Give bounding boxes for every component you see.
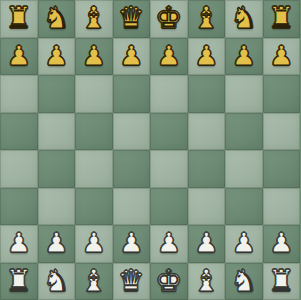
square-h2[interactable]: ♟: [263, 225, 301, 263]
square-f5[interactable]: [188, 113, 226, 151]
square-d4[interactable]: [113, 150, 151, 188]
piece-white-pawn[interactable]: ♟: [269, 224, 293, 262]
square-f8[interactable]: ♝: [188, 0, 226, 38]
square-h5[interactable]: [263, 113, 301, 151]
piece-white-bishop[interactable]: ♝: [193, 262, 220, 300]
piece-gold-knight[interactable]: ♞: [43, 0, 70, 37]
square-h7[interactable]: ♟: [263, 38, 301, 76]
square-e4[interactable]: [150, 150, 188, 188]
square-g6[interactable]: [225, 75, 263, 113]
square-e3[interactable]: [150, 188, 188, 226]
square-f6[interactable]: [188, 75, 226, 113]
piece-white-pawn[interactable]: ♟: [7, 224, 31, 262]
piece-white-bishop[interactable]: ♝: [80, 262, 107, 300]
square-f7[interactable]: ♟: [188, 38, 226, 76]
piece-gold-bishop[interactable]: ♝: [193, 0, 220, 37]
square-b4[interactable]: [38, 150, 76, 188]
piece-gold-knight[interactable]: ♞: [230, 0, 257, 37]
square-d6[interactable]: [113, 75, 151, 113]
square-a2[interactable]: ♟: [0, 225, 38, 263]
square-e8[interactable]: ♚: [150, 0, 188, 38]
square-d7[interactable]: ♟: [113, 38, 151, 76]
piece-white-pawn[interactable]: ♟: [82, 224, 106, 262]
square-h3[interactable]: [263, 188, 301, 226]
piece-gold-pawn[interactable]: ♟: [157, 37, 181, 75]
square-c1[interactable]: ♝: [75, 263, 113, 300]
piece-white-pawn[interactable]: ♟: [44, 224, 68, 262]
square-c2[interactable]: ♟: [75, 225, 113, 263]
square-d5[interactable]: [113, 113, 151, 151]
square-g8[interactable]: ♞: [225, 0, 263, 38]
square-e1[interactable]: ♚: [150, 263, 188, 300]
piece-white-pawn[interactable]: ♟: [157, 224, 181, 262]
square-d3[interactable]: [113, 188, 151, 226]
piece-gold-bishop[interactable]: ♝: [80, 0, 107, 37]
square-d2[interactable]: ♟: [113, 225, 151, 263]
square-a6[interactable]: [0, 75, 38, 113]
square-f4[interactable]: [188, 150, 226, 188]
piece-white-king[interactable]: ♚: [155, 262, 182, 300]
piece-white-knight[interactable]: ♞: [43, 262, 70, 300]
piece-gold-pawn[interactable]: ♟: [194, 37, 218, 75]
square-c6[interactable]: [75, 75, 113, 113]
piece-white-knight[interactable]: ♞: [230, 262, 257, 300]
square-c7[interactable]: ♟: [75, 38, 113, 76]
square-b6[interactable]: [38, 75, 76, 113]
piece-gold-rook[interactable]: ♜: [5, 0, 32, 37]
square-a8[interactable]: ♜: [0, 0, 38, 38]
square-a4[interactable]: [0, 150, 38, 188]
piece-gold-pawn[interactable]: ♟: [232, 37, 256, 75]
piece-gold-queen[interactable]: ♛: [118, 0, 145, 37]
square-e6[interactable]: [150, 75, 188, 113]
square-g4[interactable]: [225, 150, 263, 188]
square-c8[interactable]: ♝: [75, 0, 113, 38]
square-a1[interactable]: ♜: [0, 263, 38, 300]
square-g1[interactable]: ♞: [225, 263, 263, 300]
square-f3[interactable]: [188, 188, 226, 226]
piece-gold-king[interactable]: ♚: [155, 0, 182, 37]
square-c3[interactable]: [75, 188, 113, 226]
square-c5[interactable]: [75, 113, 113, 151]
square-h8[interactable]: ♜: [263, 0, 301, 38]
square-g2[interactable]: ♟: [225, 225, 263, 263]
square-f2[interactable]: ♟: [188, 225, 226, 263]
piece-white-pawn[interactable]: ♟: [194, 224, 218, 262]
piece-white-pawn[interactable]: ♟: [232, 224, 256, 262]
piece-white-queen[interactable]: ♛: [118, 262, 145, 300]
piece-gold-pawn[interactable]: ♟: [44, 37, 68, 75]
square-a3[interactable]: [0, 188, 38, 226]
square-d1[interactable]: ♛: [113, 263, 151, 300]
square-g5[interactable]: [225, 113, 263, 151]
piece-gold-pawn[interactable]: ♟: [82, 37, 106, 75]
piece-gold-pawn[interactable]: ♟: [7, 37, 31, 75]
square-b3[interactable]: [38, 188, 76, 226]
square-a7[interactable]: ♟: [0, 38, 38, 76]
square-g7[interactable]: ♟: [225, 38, 263, 76]
piece-white-pawn[interactable]: ♟: [119, 224, 143, 262]
square-b8[interactable]: ♞: [38, 0, 76, 38]
square-b1[interactable]: ♞: [38, 263, 76, 300]
square-h6[interactable]: [263, 75, 301, 113]
square-g3[interactable]: [225, 188, 263, 226]
piece-white-rook[interactable]: ♜: [5, 262, 32, 300]
square-h1[interactable]: ♜: [263, 263, 301, 300]
piece-gold-pawn[interactable]: ♟: [119, 37, 143, 75]
piece-white-rook[interactable]: ♜: [268, 262, 295, 300]
square-b5[interactable]: [38, 113, 76, 151]
square-a5[interactable]: [0, 113, 38, 151]
square-e2[interactable]: ♟: [150, 225, 188, 263]
square-h4[interactable]: [263, 150, 301, 188]
square-e5[interactable]: [150, 113, 188, 151]
piece-gold-pawn[interactable]: ♟: [269, 37, 293, 75]
square-b2[interactable]: ♟: [38, 225, 76, 263]
square-f1[interactable]: ♝: [188, 263, 226, 300]
chess-board: ♜♞♝♛♚♝♞♜♟♟♟♟♟♟♟♟♟♟♟♟♟♟♟♟♜♞♝♛♚♝♞♜: [0, 0, 300, 300]
square-b7[interactable]: ♟: [38, 38, 76, 76]
piece-gold-rook[interactable]: ♜: [268, 0, 295, 37]
square-e7[interactable]: ♟: [150, 38, 188, 76]
square-d8[interactable]: ♛: [113, 0, 151, 38]
square-c4[interactable]: [75, 150, 113, 188]
